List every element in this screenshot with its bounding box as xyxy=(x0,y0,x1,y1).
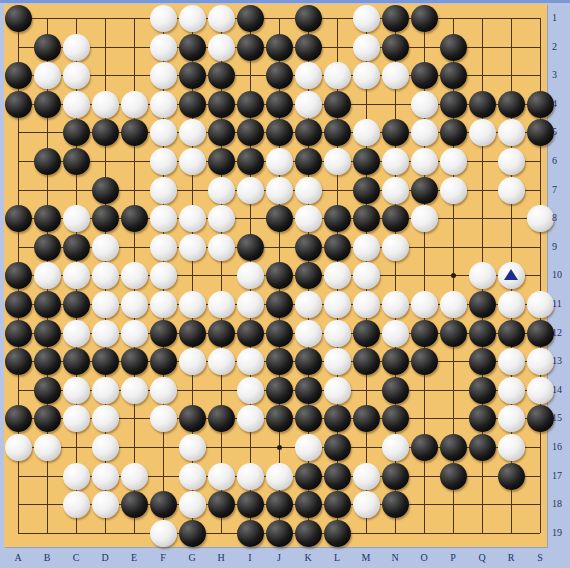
black-stone-Q12[interactable] xyxy=(469,320,496,347)
white-stone-O11[interactable] xyxy=(411,291,438,318)
white-stone-F1[interactable] xyxy=(150,5,177,32)
white-stone-E4[interactable] xyxy=(121,91,148,118)
black-stone-N14[interactable] xyxy=(382,377,409,404)
column-label-O: O xyxy=(414,552,434,563)
row-label-4: 4 xyxy=(552,98,570,109)
column-label-C: C xyxy=(66,552,86,563)
row-label-19: 19 xyxy=(552,527,570,538)
row-label-14: 14 xyxy=(552,384,570,395)
row-label-9: 9 xyxy=(552,241,570,252)
black-stone-S15[interactable] xyxy=(527,405,554,432)
column-label-D: D xyxy=(95,552,115,563)
black-stone-P2[interactable] xyxy=(440,34,467,61)
black-stone-E8[interactable] xyxy=(121,205,148,232)
black-stone-A3[interactable] xyxy=(5,62,32,89)
black-stone-S12[interactable] xyxy=(527,320,554,347)
black-stone-A1[interactable] xyxy=(5,5,32,32)
row-label-5: 5 xyxy=(552,126,570,137)
white-stone-B3[interactable] xyxy=(34,62,61,89)
white-stone-I14[interactable] xyxy=(237,377,264,404)
white-stone-K11[interactable] xyxy=(295,291,322,318)
black-stone-L8[interactable] xyxy=(324,205,351,232)
black-stone-J8[interactable] xyxy=(266,205,293,232)
black-stone-K6[interactable] xyxy=(295,148,322,175)
white-stone-M11[interactable] xyxy=(353,291,380,318)
white-stone-C4[interactable] xyxy=(63,91,90,118)
white-stone-N6[interactable] xyxy=(382,148,409,175)
black-stone-N2[interactable] xyxy=(382,34,409,61)
white-stone-I10[interactable] xyxy=(237,262,264,289)
row-label-1: 1 xyxy=(552,12,570,23)
black-stone-I18[interactable] xyxy=(237,491,264,518)
white-stone-M3[interactable] xyxy=(353,62,380,89)
black-stone-P17[interactable] xyxy=(440,463,467,490)
white-stone-C2[interactable] xyxy=(63,34,90,61)
white-stone-H9[interactable] xyxy=(208,234,235,261)
white-stone-E10[interactable] xyxy=(121,262,148,289)
white-stone-P6[interactable] xyxy=(440,148,467,175)
black-stone-N5[interactable] xyxy=(382,119,409,146)
white-stone-F4[interactable] xyxy=(150,91,177,118)
black-stone-I12[interactable] xyxy=(237,320,264,347)
black-stone-B8[interactable] xyxy=(34,205,61,232)
star-point xyxy=(277,445,282,450)
black-stone-O13[interactable] xyxy=(411,348,438,375)
black-stone-A4[interactable] xyxy=(5,91,32,118)
black-stone-L15[interactable] xyxy=(324,405,351,432)
black-stone-D13[interactable] xyxy=(92,348,119,375)
go-board[interactable] xyxy=(4,4,547,547)
white-stone-C3[interactable] xyxy=(63,62,90,89)
black-stone-H12[interactable] xyxy=(208,320,235,347)
black-stone-N1[interactable] xyxy=(382,5,409,32)
black-stone-F13[interactable] xyxy=(150,348,177,375)
row-label-11: 11 xyxy=(552,298,570,309)
white-stone-C12[interactable] xyxy=(63,320,90,347)
black-stone-O1[interactable] xyxy=(411,5,438,32)
black-stone-O16[interactable] xyxy=(411,434,438,461)
black-stone-B6[interactable] xyxy=(34,148,61,175)
black-stone-M12[interactable] xyxy=(353,320,380,347)
black-stone-P3[interactable] xyxy=(440,62,467,89)
white-stone-J6[interactable] xyxy=(266,148,293,175)
white-stone-K8[interactable] xyxy=(295,205,322,232)
white-stone-N12[interactable] xyxy=(382,320,409,347)
black-stone-G4[interactable] xyxy=(179,91,206,118)
white-stone-R11[interactable] xyxy=(498,291,525,318)
black-stone-R12[interactable] xyxy=(498,320,525,347)
white-stone-L11[interactable] xyxy=(324,291,351,318)
white-stone-G16[interactable] xyxy=(179,434,206,461)
black-stone-K13[interactable] xyxy=(295,348,322,375)
white-stone-R16[interactable] xyxy=(498,434,525,461)
row-label-10: 10 xyxy=(552,269,570,280)
white-stone-H13[interactable] xyxy=(208,348,235,375)
white-stone-D15[interactable] xyxy=(92,405,119,432)
black-stone-H4[interactable] xyxy=(208,91,235,118)
black-stone-A15[interactable] xyxy=(5,405,32,432)
row-label-18: 18 xyxy=(552,498,570,509)
column-label-J: J xyxy=(269,552,289,563)
white-stone-N11[interactable] xyxy=(382,291,409,318)
black-stone-A10[interactable] xyxy=(5,262,32,289)
black-stone-Q15[interactable] xyxy=(469,405,496,432)
white-stone-R7[interactable] xyxy=(498,177,525,204)
white-stone-N16[interactable] xyxy=(382,434,409,461)
black-stone-J19[interactable] xyxy=(266,520,293,547)
black-stone-J11[interactable] xyxy=(266,291,293,318)
black-stone-N13[interactable] xyxy=(382,348,409,375)
black-stone-J18[interactable] xyxy=(266,491,293,518)
black-stone-J13[interactable] xyxy=(266,348,293,375)
black-stone-G3[interactable] xyxy=(179,62,206,89)
black-stone-A13[interactable] xyxy=(5,348,32,375)
column-label-A: A xyxy=(8,552,28,563)
black-stone-H15[interactable] xyxy=(208,405,235,432)
black-stone-O3[interactable] xyxy=(411,62,438,89)
black-stone-Q13[interactable] xyxy=(469,348,496,375)
black-stone-C6[interactable] xyxy=(63,148,90,175)
black-stone-M15[interactable] xyxy=(353,405,380,432)
white-stone-F6[interactable] xyxy=(150,148,177,175)
white-stone-H7[interactable] xyxy=(208,177,235,204)
column-label-F: F xyxy=(153,552,173,563)
black-stone-E18[interactable] xyxy=(121,491,148,518)
black-stone-H6[interactable] xyxy=(208,148,235,175)
white-stone-A16[interactable] xyxy=(5,434,32,461)
white-stone-F3[interactable] xyxy=(150,62,177,89)
white-stone-J7[interactable] xyxy=(266,177,293,204)
black-stone-P4[interactable] xyxy=(440,91,467,118)
black-stone-I9[interactable] xyxy=(237,234,264,261)
column-label-H: H xyxy=(211,552,231,563)
white-stone-D10[interactable] xyxy=(92,262,119,289)
white-stone-O5[interactable] xyxy=(411,119,438,146)
column-label-B: B xyxy=(37,552,57,563)
black-stone-K19[interactable] xyxy=(295,520,322,547)
white-stone-K16[interactable] xyxy=(295,434,322,461)
row-label-12: 12 xyxy=(552,327,570,338)
black-stone-A12[interactable] xyxy=(5,320,32,347)
white-stone-F15[interactable] xyxy=(150,405,177,432)
black-stone-K9[interactable] xyxy=(295,234,322,261)
black-stone-L19[interactable] xyxy=(324,520,351,547)
row-label-13: 13 xyxy=(552,355,570,366)
black-stone-O7[interactable] xyxy=(411,177,438,204)
black-stone-K14[interactable] xyxy=(295,377,322,404)
black-stone-B11[interactable] xyxy=(34,291,61,318)
white-stone-C8[interactable] xyxy=(63,205,90,232)
white-stone-S11[interactable] xyxy=(527,291,554,318)
white-stone-M9[interactable] xyxy=(353,234,380,261)
white-stone-L10[interactable] xyxy=(324,262,351,289)
column-label-Q: Q xyxy=(472,552,492,563)
black-stone-P16[interactable] xyxy=(440,434,467,461)
black-stone-J4[interactable] xyxy=(266,91,293,118)
white-stone-D11[interactable] xyxy=(92,291,119,318)
black-stone-F18[interactable] xyxy=(150,491,177,518)
black-stone-L16[interactable] xyxy=(324,434,351,461)
black-stone-A11[interactable] xyxy=(5,291,32,318)
white-stone-G17[interactable] xyxy=(179,463,206,490)
white-stone-F11[interactable] xyxy=(150,291,177,318)
black-stone-R4[interactable] xyxy=(498,91,525,118)
white-stone-E11[interactable] xyxy=(121,291,148,318)
white-stone-K7[interactable] xyxy=(295,177,322,204)
black-stone-H18[interactable] xyxy=(208,491,235,518)
white-stone-G6[interactable] xyxy=(179,148,206,175)
column-label-N: N xyxy=(385,552,405,563)
white-stone-C14[interactable] xyxy=(63,377,90,404)
white-stone-I15[interactable] xyxy=(237,405,264,432)
column-label-R: R xyxy=(501,552,521,563)
black-stone-I6[interactable] xyxy=(237,148,264,175)
black-stone-L5[interactable] xyxy=(324,119,351,146)
column-label-E: E xyxy=(124,552,144,563)
white-stone-G1[interactable] xyxy=(179,5,206,32)
white-stone-L14[interactable] xyxy=(324,377,351,404)
black-stone-P12[interactable] xyxy=(440,320,467,347)
white-stone-C17[interactable] xyxy=(63,463,90,490)
row-label-16: 16 xyxy=(552,441,570,452)
white-stone-H17[interactable] xyxy=(208,463,235,490)
last-move-triangle-marker xyxy=(504,269,518,280)
white-stone-S14[interactable] xyxy=(527,377,554,404)
black-stone-J5[interactable] xyxy=(266,119,293,146)
white-stone-H8[interactable] xyxy=(208,205,235,232)
black-stone-B15[interactable] xyxy=(34,405,61,432)
white-stone-O4[interactable] xyxy=(411,91,438,118)
column-label-S: S xyxy=(530,552,550,563)
white-stone-F8[interactable] xyxy=(150,205,177,232)
black-stone-B2[interactable] xyxy=(34,34,61,61)
black-stone-C5[interactable] xyxy=(63,119,90,146)
black-stone-E5[interactable] xyxy=(121,119,148,146)
black-stone-L17[interactable] xyxy=(324,463,351,490)
star-point xyxy=(451,273,456,278)
black-stone-B14[interactable] xyxy=(34,377,61,404)
black-stone-M13[interactable] xyxy=(353,348,380,375)
black-stone-J2[interactable] xyxy=(266,34,293,61)
white-stone-D12[interactable] xyxy=(92,320,119,347)
black-stone-P5[interactable] xyxy=(440,119,467,146)
black-stone-R17[interactable] xyxy=(498,463,525,490)
white-stone-L13[interactable] xyxy=(324,348,351,375)
white-stone-O6[interactable] xyxy=(411,148,438,175)
white-stone-R15[interactable] xyxy=(498,405,525,432)
black-stone-I5[interactable] xyxy=(237,119,264,146)
white-stone-D4[interactable] xyxy=(92,91,119,118)
black-stone-K18[interactable] xyxy=(295,491,322,518)
black-stone-B4[interactable] xyxy=(34,91,61,118)
white-stone-M10[interactable] xyxy=(353,262,380,289)
white-stone-K3[interactable] xyxy=(295,62,322,89)
black-stone-H5[interactable] xyxy=(208,119,235,146)
black-stone-O12[interactable] xyxy=(411,320,438,347)
white-stone-Q5[interactable] xyxy=(469,119,496,146)
white-stone-I17[interactable] xyxy=(237,463,264,490)
column-label-K: K xyxy=(298,552,318,563)
white-stone-B16[interactable] xyxy=(34,434,61,461)
row-label-2: 2 xyxy=(552,41,570,52)
white-stone-M2[interactable] xyxy=(353,34,380,61)
white-stone-H2[interactable] xyxy=(208,34,235,61)
white-stone-M1[interactable] xyxy=(353,5,380,32)
white-stone-F14[interactable] xyxy=(150,377,177,404)
white-stone-G11[interactable] xyxy=(179,291,206,318)
black-stone-C13[interactable] xyxy=(63,348,90,375)
white-stone-M5[interactable] xyxy=(353,119,380,146)
white-stone-R6[interactable] xyxy=(498,148,525,175)
white-stone-M18[interactable] xyxy=(353,491,380,518)
white-stone-F9[interactable] xyxy=(150,234,177,261)
black-stone-K10[interactable] xyxy=(295,262,322,289)
white-stone-C15[interactable] xyxy=(63,405,90,432)
black-stone-G12[interactable] xyxy=(179,320,206,347)
row-label-17: 17 xyxy=(552,470,570,481)
white-stone-G8[interactable] xyxy=(179,205,206,232)
white-stone-S8[interactable] xyxy=(527,205,554,232)
black-stone-K5[interactable] xyxy=(295,119,322,146)
black-stone-N15[interactable] xyxy=(382,405,409,432)
white-stone-F7[interactable] xyxy=(150,177,177,204)
row-label-15: 15 xyxy=(552,412,570,423)
white-stone-E12[interactable] xyxy=(121,320,148,347)
column-label-I: I xyxy=(240,552,260,563)
white-stone-F10[interactable] xyxy=(150,262,177,289)
black-stone-Q11[interactable] xyxy=(469,291,496,318)
row-label-8: 8 xyxy=(552,212,570,223)
black-stone-N17[interactable] xyxy=(382,463,409,490)
white-stone-G5[interactable] xyxy=(179,119,206,146)
white-stone-B10[interactable] xyxy=(34,262,61,289)
white-stone-D14[interactable] xyxy=(92,377,119,404)
black-stone-D8[interactable] xyxy=(92,205,119,232)
white-stone-I13[interactable] xyxy=(237,348,264,375)
black-stone-F12[interactable] xyxy=(150,320,177,347)
white-stone-N7[interactable] xyxy=(382,177,409,204)
black-stone-S5[interactable] xyxy=(527,119,554,146)
white-stone-F5[interactable] xyxy=(150,119,177,146)
white-stone-R13[interactable] xyxy=(498,348,525,375)
white-stone-C10[interactable] xyxy=(63,262,90,289)
white-stone-G9[interactable] xyxy=(179,234,206,261)
black-stone-K2[interactable] xyxy=(295,34,322,61)
row-label-6: 6 xyxy=(552,155,570,166)
white-stone-L12[interactable] xyxy=(324,320,351,347)
white-stone-C18[interactable] xyxy=(63,491,90,518)
black-stone-J14[interactable] xyxy=(266,377,293,404)
column-label-M: M xyxy=(356,552,376,563)
white-stone-J17[interactable] xyxy=(266,463,293,490)
black-stone-J15[interactable] xyxy=(266,405,293,432)
black-stone-M6[interactable] xyxy=(353,148,380,175)
black-stone-I1[interactable] xyxy=(237,5,264,32)
white-stone-G13[interactable] xyxy=(179,348,206,375)
column-label-L: L xyxy=(327,552,347,563)
white-stone-E14[interactable] xyxy=(121,377,148,404)
black-stone-M8[interactable] xyxy=(353,205,380,232)
black-stone-G19[interactable] xyxy=(179,520,206,547)
black-stone-Q14[interactable] xyxy=(469,377,496,404)
black-stone-L9[interactable] xyxy=(324,234,351,261)
black-stone-M7[interactable] xyxy=(353,177,380,204)
row-label-7: 7 xyxy=(552,184,570,195)
white-stone-Q10[interactable] xyxy=(469,262,496,289)
black-stone-G15[interactable] xyxy=(179,405,206,432)
white-stone-E17[interactable] xyxy=(121,463,148,490)
black-stone-B12[interactable] xyxy=(34,320,61,347)
white-stone-P11[interactable] xyxy=(440,291,467,318)
white-stone-I7[interactable] xyxy=(237,177,264,204)
black-stone-I4[interactable] xyxy=(237,91,264,118)
white-stone-L3[interactable] xyxy=(324,62,351,89)
black-stone-C11[interactable] xyxy=(63,291,90,318)
black-stone-N18[interactable] xyxy=(382,491,409,518)
white-stone-H1[interactable] xyxy=(208,5,235,32)
black-stone-L18[interactable] xyxy=(324,491,351,518)
white-stone-D17[interactable] xyxy=(92,463,119,490)
black-stone-C9[interactable] xyxy=(63,234,90,261)
white-stone-O8[interactable] xyxy=(411,205,438,232)
white-stone-N3[interactable] xyxy=(382,62,409,89)
white-stone-N9[interactable] xyxy=(382,234,409,261)
black-stone-K17[interactable] xyxy=(295,463,322,490)
black-stone-Q16[interactable] xyxy=(469,434,496,461)
column-label-G: G xyxy=(182,552,202,563)
black-stone-D7[interactable] xyxy=(92,177,119,204)
white-stone-G18[interactable] xyxy=(179,491,206,518)
black-stone-J3[interactable] xyxy=(266,62,293,89)
white-stone-D16[interactable] xyxy=(92,434,119,461)
black-stone-K1[interactable] xyxy=(295,5,322,32)
white-stone-D9[interactable] xyxy=(92,234,119,261)
white-stone-R5[interactable] xyxy=(498,119,525,146)
row-label-3: 3 xyxy=(552,69,570,80)
black-stone-H3[interactable] xyxy=(208,62,235,89)
black-stone-I2[interactable] xyxy=(237,34,264,61)
black-stone-J10[interactable] xyxy=(266,262,293,289)
white-stone-K12[interactable] xyxy=(295,320,322,347)
column-label-P: P xyxy=(443,552,463,563)
black-stone-N8[interactable] xyxy=(382,205,409,232)
white-stone-S13[interactable] xyxy=(527,348,554,375)
white-stone-H11[interactable] xyxy=(208,291,235,318)
black-stone-B13[interactable] xyxy=(34,348,61,375)
white-stone-F2[interactable] xyxy=(150,34,177,61)
black-stone-G2[interactable] xyxy=(179,34,206,61)
white-stone-P7[interactable] xyxy=(440,177,467,204)
black-stone-A8[interactable] xyxy=(5,205,32,232)
white-stone-I11[interactable] xyxy=(237,291,264,318)
black-stone-D5[interactable] xyxy=(92,119,119,146)
black-stone-L4[interactable] xyxy=(324,91,351,118)
white-stone-D18[interactable] xyxy=(92,491,119,518)
white-stone-R14[interactable] xyxy=(498,377,525,404)
white-stone-F19[interactable] xyxy=(150,520,177,547)
white-stone-M17[interactable] xyxy=(353,463,380,490)
black-stone-E13[interactable] xyxy=(121,348,148,375)
black-stone-J12[interactable] xyxy=(266,320,293,347)
white-stone-K4[interactable] xyxy=(295,91,322,118)
black-stone-I19[interactable] xyxy=(237,520,264,547)
black-stone-Q4[interactable] xyxy=(469,91,496,118)
black-stone-K15[interactable] xyxy=(295,405,322,432)
white-stone-L6[interactable] xyxy=(324,148,351,175)
black-stone-B9[interactable] xyxy=(34,234,61,261)
window-top-edge xyxy=(0,0,570,3)
black-stone-S4[interactable] xyxy=(527,91,554,118)
